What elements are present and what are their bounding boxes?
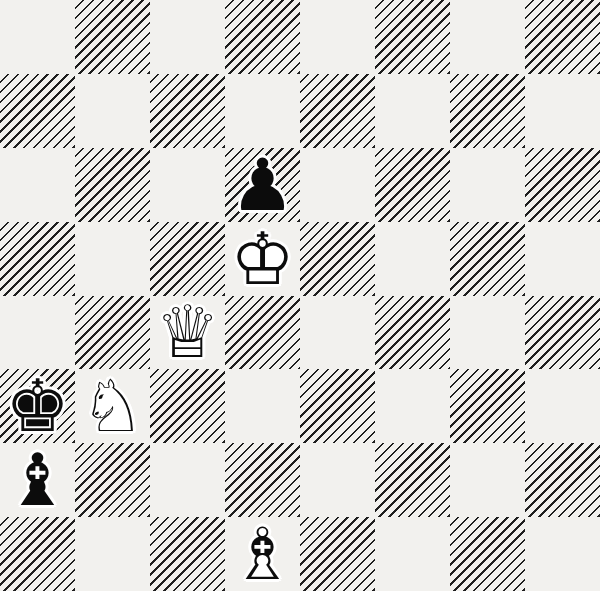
black-pawn-glyph: ♟ [225, 148, 300, 222]
square-b3[interactable]: ♞♘ [75, 369, 150, 443]
square-c1[interactable] [150, 517, 225, 591]
square-e5[interactable] [300, 222, 375, 296]
square-a8[interactable] [0, 0, 75, 74]
square-h2[interactable] [525, 443, 600, 517]
square-f3[interactable] [375, 369, 450, 443]
square-b6[interactable] [75, 148, 150, 222]
white-bishop[interactable]: ♝♗ [225, 517, 300, 591]
square-e4[interactable] [300, 296, 375, 370]
white-queen-glyph: ♕ [150, 296, 225, 370]
square-g5[interactable] [450, 222, 525, 296]
square-a4[interactable] [0, 296, 75, 370]
square-e7[interactable] [300, 74, 375, 148]
chess-board: ♟♟♚♔♛♕♚♚♞♘♝♝♝♗ [0, 0, 600, 591]
square-g8[interactable] [450, 0, 525, 74]
square-h1[interactable] [525, 517, 600, 591]
white-bishop-glyph: ♗ [225, 517, 300, 591]
square-a7[interactable] [0, 74, 75, 148]
square-f6[interactable] [375, 148, 450, 222]
black-pawn[interactable]: ♟♟ [225, 148, 300, 222]
white-queen[interactable]: ♛♕ [150, 296, 225, 370]
square-a5[interactable] [0, 222, 75, 296]
white-knight-glyph: ♘ [75, 369, 150, 443]
square-h7[interactable] [525, 74, 600, 148]
square-c6[interactable] [150, 148, 225, 222]
square-g4[interactable] [450, 296, 525, 370]
square-e3[interactable] [300, 369, 375, 443]
square-h3[interactable] [525, 369, 600, 443]
square-d6[interactable]: ♟♟ [225, 148, 300, 222]
white-king-glyph: ♔ [225, 222, 300, 296]
square-b7[interactable] [75, 74, 150, 148]
square-f4[interactable] [375, 296, 450, 370]
black-bishop[interactable]: ♝♝ [0, 443, 75, 517]
square-h8[interactable] [525, 0, 600, 74]
square-f2[interactable] [375, 443, 450, 517]
square-f1[interactable] [375, 517, 450, 591]
square-e2[interactable] [300, 443, 375, 517]
white-king[interactable]: ♚♔ [225, 222, 300, 296]
square-d7[interactable] [225, 74, 300, 148]
square-b8[interactable] [75, 0, 150, 74]
square-a1[interactable] [0, 517, 75, 591]
square-g1[interactable] [450, 517, 525, 591]
white-knight[interactable]: ♞♘ [75, 369, 150, 443]
square-c3[interactable] [150, 369, 225, 443]
square-a2[interactable]: ♝♝ [0, 443, 75, 517]
square-f5[interactable] [375, 222, 450, 296]
square-b5[interactable] [75, 222, 150, 296]
black-bishop-glyph: ♝ [0, 443, 75, 517]
square-c5[interactable] [150, 222, 225, 296]
square-g3[interactable] [450, 369, 525, 443]
square-h4[interactable] [525, 296, 600, 370]
square-c4[interactable]: ♛♕ [150, 296, 225, 370]
square-f7[interactable] [375, 74, 450, 148]
square-c2[interactable] [150, 443, 225, 517]
square-d8[interactable] [225, 0, 300, 74]
black-king[interactable]: ♚♚ [0, 369, 75, 443]
square-c7[interactable] [150, 74, 225, 148]
square-d3[interactable] [225, 369, 300, 443]
square-h6[interactable] [525, 148, 600, 222]
square-e1[interactable] [300, 517, 375, 591]
square-d2[interactable] [225, 443, 300, 517]
square-d1[interactable]: ♝♗ [225, 517, 300, 591]
square-e8[interactable] [300, 0, 375, 74]
square-a6[interactable] [0, 148, 75, 222]
square-g6[interactable] [450, 148, 525, 222]
black-king-glyph: ♚ [0, 369, 75, 443]
square-h5[interactable] [525, 222, 600, 296]
square-e6[interactable] [300, 148, 375, 222]
square-f8[interactable] [375, 0, 450, 74]
square-b4[interactable] [75, 296, 150, 370]
square-d5[interactable]: ♚♔ [225, 222, 300, 296]
square-d4[interactable] [225, 296, 300, 370]
square-g2[interactable] [450, 443, 525, 517]
square-g7[interactable] [450, 74, 525, 148]
square-c8[interactable] [150, 0, 225, 74]
square-b1[interactable] [75, 517, 150, 591]
square-a3[interactable]: ♚♚ [0, 369, 75, 443]
square-b2[interactable] [75, 443, 150, 517]
